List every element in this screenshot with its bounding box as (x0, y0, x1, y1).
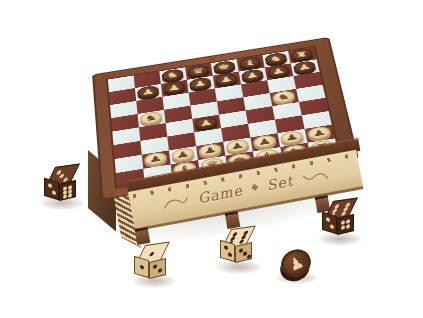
pip-icon (140, 264, 144, 269)
box-foot (225, 211, 241, 229)
pip-icon (341, 220, 345, 225)
piece-white-knight[interactable]: ♞ (140, 111, 163, 125)
piece-white-pawn[interactable]: ♟ (144, 151, 167, 166)
pip-icon (68, 193, 72, 198)
piece-black-pawn[interactable]: ♟ (137, 85, 159, 99)
screw-icon (208, 58, 214, 62)
box-title-right: Set (265, 172, 294, 193)
flourish-icon (302, 168, 330, 185)
die-face-2 (149, 258, 166, 279)
screw-icon (107, 191, 113, 195)
piece-black-pawn[interactable]: ♟ (241, 68, 264, 82)
pip-icon (48, 183, 52, 188)
piece-white-pawn[interactable]: ♟ (171, 147, 195, 162)
box-foot (135, 227, 151, 245)
screw-icon (98, 75, 104, 79)
piece-white-pawn[interactable]: ♟ (198, 143, 222, 158)
wooden-die[interactable] (134, 244, 168, 280)
piece-white-pawn[interactable]: ♟ (307, 126, 332, 141)
piece-white-pawn[interactable]: ♟ (280, 130, 305, 145)
pip-icon (346, 219, 350, 224)
pip-icon (149, 251, 155, 256)
pip-icon (63, 194, 67, 199)
pip-icon (224, 245, 228, 250)
pip-icon (341, 225, 345, 230)
piece-black-pawn[interactable]: ♟ (194, 116, 217, 130)
flourish-icon (161, 194, 189, 211)
pip-icon (158, 268, 162, 273)
pip-icon (52, 190, 56, 195)
pip-icon (247, 254, 251, 259)
piece-black-pawn[interactable]: ♟ (267, 64, 290, 78)
die-face-1 (134, 256, 149, 278)
screw-icon (318, 41, 324, 45)
die-face-2 (44, 178, 59, 200)
pip-icon (228, 252, 232, 257)
piece-white-knight[interactable]: ♞ (272, 90, 296, 104)
die-face-6 (59, 180, 76, 201)
piece-white-pawn[interactable]: ♟ (225, 138, 249, 153)
pip-icon (326, 217, 330, 222)
wooden-die[interactable] (322, 200, 356, 236)
piece-black-pawn[interactable]: ♟ (163, 81, 186, 95)
wooden-die[interactable] (44, 166, 78, 202)
pip-icon (330, 224, 334, 229)
piece-white-pawn[interactable]: ♟ (252, 134, 276, 149)
die-face-4 (337, 214, 354, 235)
pip-icon (153, 264, 157, 269)
piece-black-pawn[interactable]: ♟ (293, 60, 317, 74)
diamond-ornament-icon (251, 184, 258, 191)
pip-icon (346, 224, 350, 229)
die-face-2 (220, 240, 235, 262)
piece-black-pawn[interactable]: ♟ (215, 73, 238, 87)
die-face-2 (322, 212, 337, 234)
product-photo-stage: ♞♛♚♝♞♜♟♟♟♟♟♟♟♞♞♟♟♟♟♟♟♟♟♝♛♚♝♞♜ Game Set ♟ (0, 0, 423, 318)
piece-black-pawn[interactable]: ♟ (189, 77, 212, 91)
die-face-3 (235, 242, 252, 263)
wooden-die[interactable] (220, 228, 254, 264)
box-title-left: Game (196, 182, 243, 206)
